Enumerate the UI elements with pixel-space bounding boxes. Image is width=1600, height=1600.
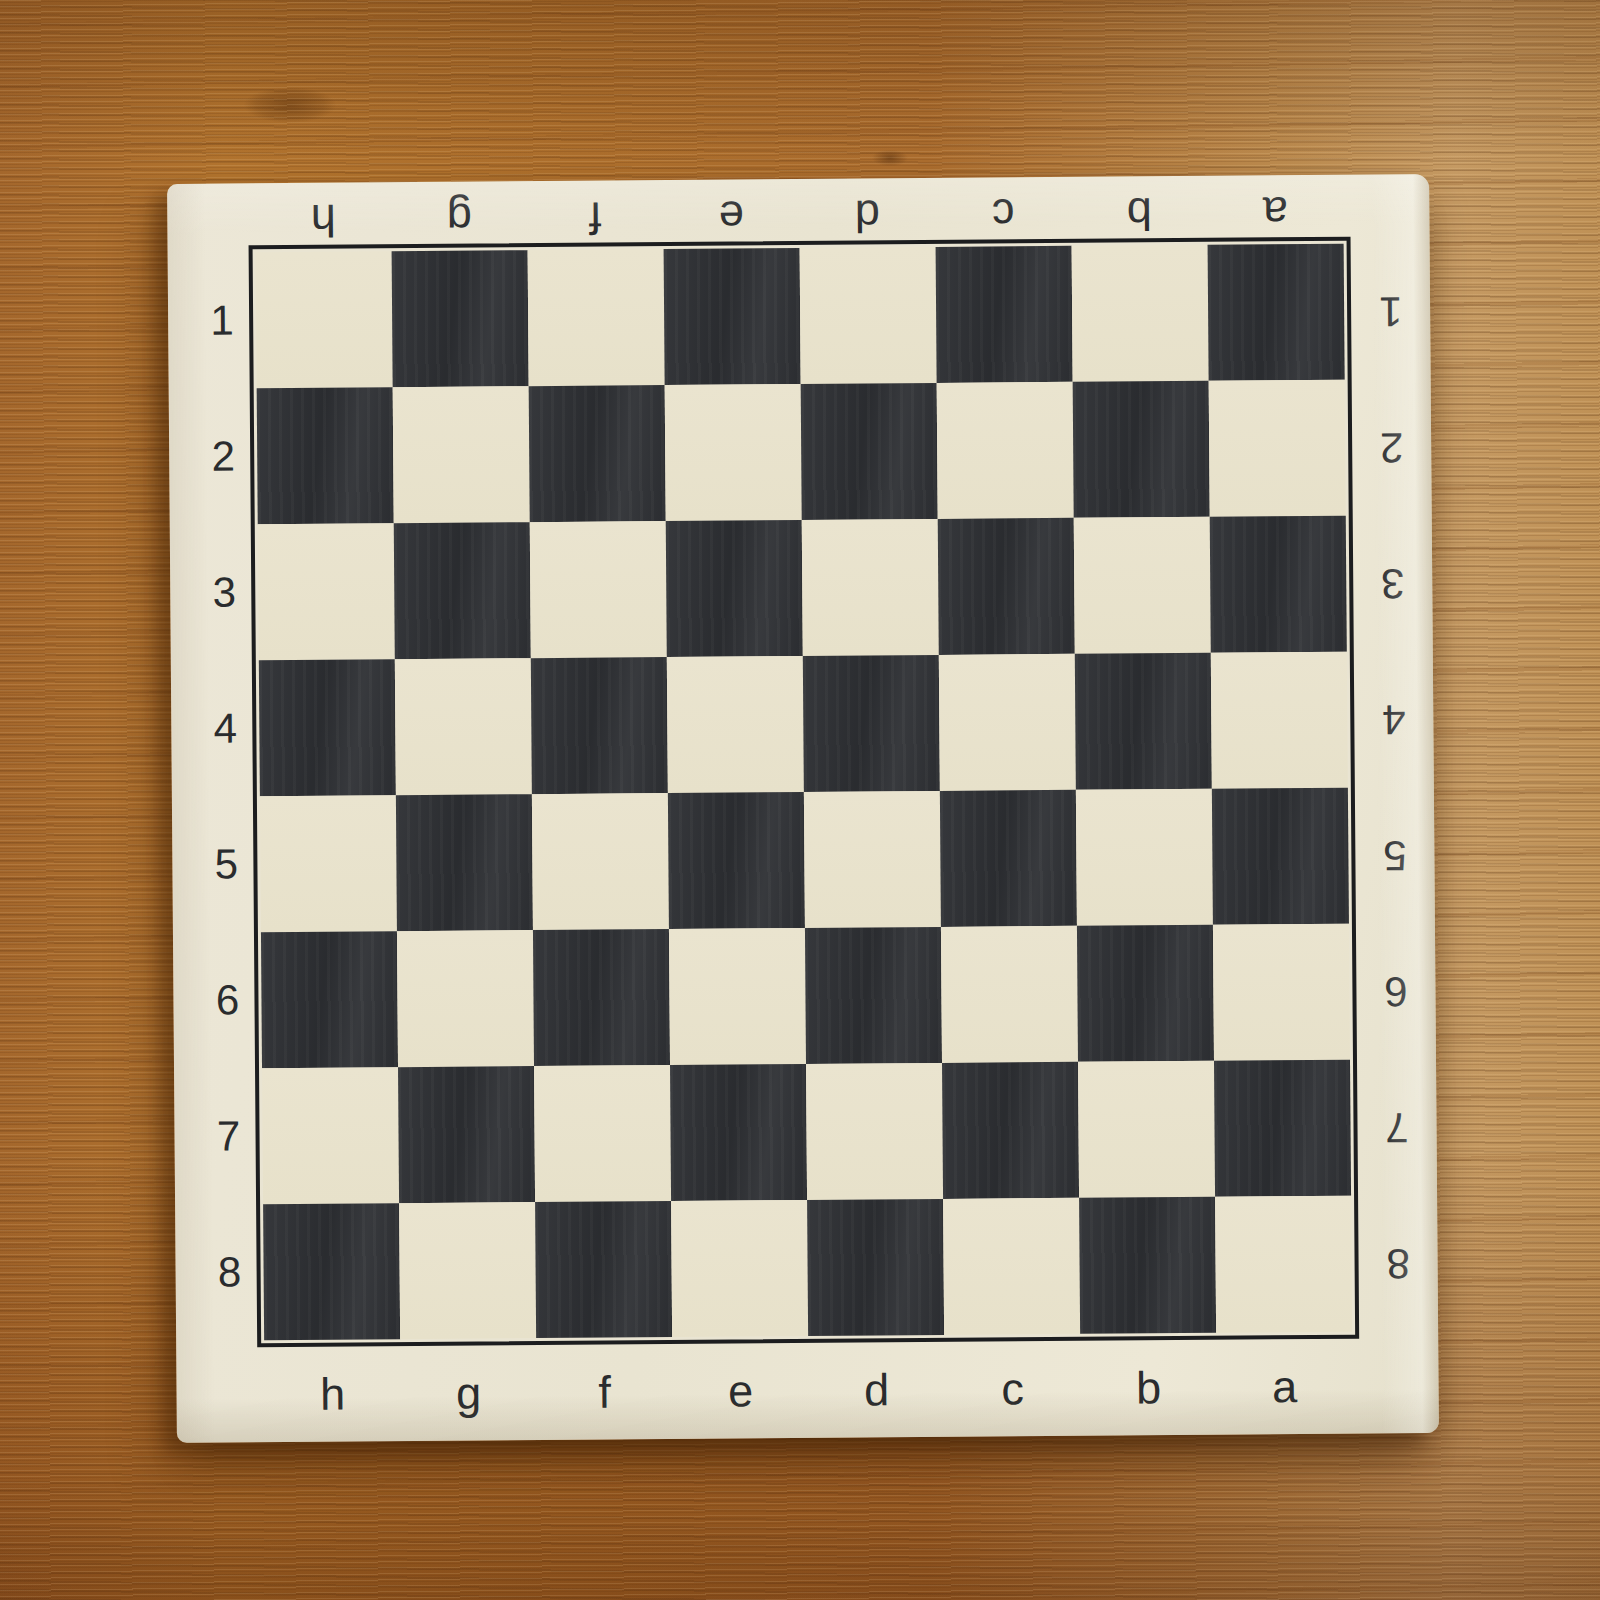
square-d5 [804, 791, 941, 928]
square-b4 [1075, 653, 1212, 790]
rank-label-right-6: 6 [1356, 923, 1436, 1060]
square-d1 [800, 247, 937, 384]
square-d2 [801, 383, 938, 520]
file-labels-top: hgfedcba [255, 175, 1343, 246]
square-h5 [260, 795, 397, 932]
file-label-top-c: c [935, 192, 1071, 238]
square-c7 [942, 1062, 1079, 1199]
rank-label-left-2: 2 [189, 388, 258, 525]
square-c3 [938, 518, 1075, 655]
square-h6 [261, 931, 398, 1068]
square-h3 [258, 523, 395, 660]
square-a3 [1210, 516, 1347, 653]
square-f8 [535, 1201, 672, 1338]
file-label-top-b: b [1071, 191, 1207, 237]
square-h2 [257, 387, 394, 524]
square-e5 [668, 792, 805, 929]
file-label-bottom-a: a [1216, 1364, 1352, 1410]
square-a1 [1208, 244, 1345, 381]
file-label-top-f: f [527, 195, 663, 241]
file-label-top-d: d [799, 193, 935, 239]
rank-label-right-8: 8 [1358, 1195, 1438, 1332]
file-label-top-g: g [391, 196, 527, 242]
square-e3 [666, 520, 803, 657]
square-e1 [664, 248, 801, 385]
square-f6 [533, 929, 670, 1066]
square-g4 [395, 658, 532, 795]
square-h8 [263, 1203, 400, 1340]
photo-stage: hgfedcba 12345678 12345678 hgfedcba [0, 0, 1600, 1600]
square-g7 [398, 1066, 535, 1203]
square-g3 [394, 522, 531, 659]
square-c4 [939, 654, 1076, 791]
rank-label-left-1: 1 [188, 252, 257, 389]
rank-label-right-5: 5 [1355, 787, 1435, 924]
file-label-bottom-f: f [536, 1369, 672, 1415]
square-f4 [531, 657, 668, 794]
square-b8 [1079, 1197, 1216, 1334]
square-f2 [529, 385, 666, 522]
square-e8 [671, 1200, 808, 1337]
square-g6 [397, 930, 534, 1067]
rank-label-right-4: 4 [1354, 651, 1434, 788]
square-c2 [937, 382, 1074, 519]
square-a7 [1214, 1060, 1351, 1197]
rank-label-left-3: 3 [190, 524, 259, 661]
square-b2 [1073, 381, 1210, 518]
square-a2 [1209, 380, 1346, 517]
square-a8 [1215, 1196, 1352, 1333]
square-c5 [940, 790, 1077, 927]
file-labels-bottom: hgfedcba [264, 1339, 1353, 1443]
rank-label-right-1: 1 [1351, 243, 1431, 380]
file-label-bottom-d: d [808, 1367, 944, 1413]
square-h1 [256, 251, 393, 388]
file-label-bottom-c: c [944, 1366, 1080, 1412]
file-label-top-h: h [255, 197, 391, 243]
rank-label-left-5: 5 [192, 796, 261, 933]
file-label-top-e: e [663, 194, 799, 240]
square-c1 [936, 246, 1073, 383]
square-g5 [396, 794, 533, 931]
square-d8 [807, 1199, 944, 1336]
square-a6 [1213, 924, 1350, 1061]
chess-mat: hgfedcba 12345678 12345678 hgfedcba [167, 174, 1439, 1443]
square-h7 [262, 1067, 399, 1204]
square-d4 [803, 655, 940, 792]
square-b1 [1072, 245, 1209, 382]
file-label-bottom-b: b [1080, 1365, 1216, 1411]
file-label-bottom-g: g [400, 1370, 536, 1416]
square-f3 [530, 521, 667, 658]
rank-label-right-2: 2 [1352, 379, 1432, 516]
square-f5 [532, 793, 669, 930]
square-e7 [670, 1064, 807, 1201]
square-e6 [669, 928, 806, 1065]
square-f7 [534, 1065, 671, 1202]
square-b6 [1077, 925, 1214, 1062]
square-b7 [1078, 1061, 1215, 1198]
square-b3 [1074, 517, 1211, 654]
board-frame [249, 237, 1360, 1348]
file-label-top-a: a [1207, 190, 1343, 236]
square-d3 [802, 519, 939, 656]
square-f1 [528, 249, 665, 386]
square-g8 [399, 1202, 536, 1339]
rank-label-left-7: 7 [194, 1068, 263, 1205]
file-label-bottom-e: e [672, 1368, 808, 1414]
square-b5 [1076, 789, 1213, 926]
square-g2 [393, 386, 530, 523]
square-d7 [806, 1063, 943, 1200]
square-a5 [1212, 788, 1349, 925]
board-squares [256, 244, 1353, 1341]
square-c8 [943, 1198, 1080, 1335]
file-label-bottom-h: h [264, 1371, 400, 1417]
square-g1 [392, 250, 529, 387]
rank-label-right-7: 7 [1357, 1059, 1437, 1196]
rank-label-left-4: 4 [191, 660, 260, 797]
rank-labels-right: 12345678 [1351, 243, 1439, 1332]
square-e4 [667, 656, 804, 793]
rank-label-left-8: 8 [195, 1204, 264, 1341]
square-c6 [941, 926, 1078, 1063]
rank-label-left-6: 6 [193, 932, 262, 1069]
square-a4 [1211, 652, 1348, 789]
square-d6 [805, 927, 942, 1064]
rank-label-right-3: 3 [1353, 515, 1433, 652]
square-h4 [259, 659, 396, 796]
square-e2 [665, 384, 802, 521]
